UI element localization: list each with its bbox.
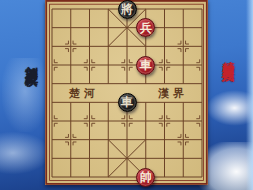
piece-glyph: 兵 [140,21,152,33]
piece-black-chariot[interactable]: 車 [118,93,137,112]
sky-edge-highlight [246,0,253,190]
left-caption: 刘博主象棋 [22,55,40,65]
piece-glyph: 車 [140,59,152,71]
scene: 刘博主象棋 精妙实用残局 楚河 漢界 將兵車車帥 [0,0,253,190]
cloud [2,58,48,132]
piece-red-general[interactable]: 帥 [136,168,155,187]
piece-glyph: 帥 [140,171,152,183]
piece-glyph: 將 [121,3,133,15]
xiangqi-board[interactable]: 楚河 漢界 將兵車車帥 [45,0,208,185]
cloud [0,132,50,174]
piece-black-general[interactable]: 將 [118,0,137,19]
piece-red-chariot[interactable]: 車 [136,56,155,75]
river-label-han: 漢界 [158,86,188,101]
river-label-chu: 楚河 [69,86,99,101]
right-caption: 精妙实用残局 [219,51,236,63]
piece-glyph: 車 [121,96,133,108]
